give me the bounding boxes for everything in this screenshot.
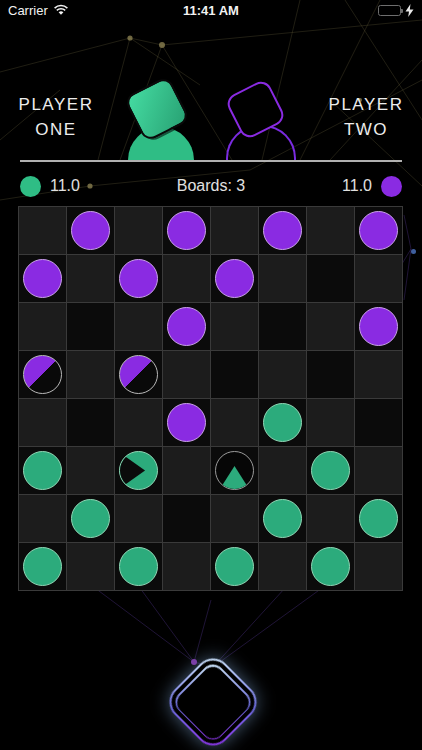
board-square[interactable] [67,495,114,542]
board-square[interactable] [163,543,210,590]
board-square[interactable] [307,303,354,350]
piece-g[interactable] [263,499,302,538]
board-square[interactable] [19,303,66,350]
board-square[interactable] [115,303,162,350]
board-square[interactable] [355,495,402,542]
board-square[interactable] [259,495,306,542]
board-square[interactable] [211,543,258,590]
board-square[interactable] [259,207,306,254]
board-square[interactable] [307,399,354,446]
piece-g[interactable] [23,451,62,490]
board-square[interactable] [211,303,258,350]
header-divider [20,160,402,162]
piece-g[interactable] [359,499,398,538]
board-square[interactable] [67,255,114,302]
board-square[interactable] [355,543,402,590]
board-square[interactable] [115,399,162,446]
player-two-avatar[interactable] [212,82,308,160]
board-square[interactable] [259,447,306,494]
player-two-label: PLAYER TWO [310,93,422,142]
board-square[interactable] [259,543,306,590]
board-square[interactable] [67,543,114,590]
piece-gn[interactable] [119,451,158,490]
constellation-node-dot [191,659,197,665]
players-header: PLAYER ONE PLAYER TWO [0,82,422,160]
board-square[interactable] [115,447,162,494]
status-bar: 11:41 AM Carrier [0,0,422,20]
board-square[interactable] [307,543,354,590]
piece-p[interactable] [215,259,254,298]
board-square[interactable] [19,255,66,302]
board-square[interactable] [307,495,354,542]
piece-g[interactable] [311,547,350,586]
piece-p[interactable] [71,211,110,250]
bottom-diamond-button[interactable] [177,666,249,738]
piece-gt[interactable] [215,451,254,490]
board-square[interactable] [19,447,66,494]
board-square[interactable] [19,543,66,590]
board-square[interactable] [211,255,258,302]
board-square[interactable] [259,399,306,446]
board-square[interactable] [355,399,402,446]
board-square[interactable] [19,207,66,254]
piece-p[interactable] [119,259,158,298]
board-square[interactable] [115,351,162,398]
score-bar: Boards: 3 11.0 11.0 [20,172,402,200]
piece-p[interactable] [359,307,398,346]
boards-count: Boards: 3 [20,177,402,195]
board-square[interactable] [163,351,210,398]
board-square[interactable] [163,399,210,446]
piece-g[interactable] [311,451,350,490]
board-square[interactable] [115,495,162,542]
board [18,206,403,591]
board-square[interactable] [307,255,354,302]
clock: 11:41 AM [0,3,422,18]
piece-p[interactable] [167,403,206,442]
board-square[interactable] [211,351,258,398]
board-square[interactable] [355,303,402,350]
board-square[interactable] [355,351,402,398]
board-square[interactable] [67,303,114,350]
player-one-label: PLAYER ONE [0,93,112,142]
piece-p[interactable] [359,211,398,250]
board-square[interactable] [211,495,258,542]
board-square[interactable] [163,447,210,494]
piece-ph[interactable] [23,355,62,394]
piece-p[interactable] [263,211,302,250]
piece-p[interactable] [167,307,206,346]
board-square[interactable] [163,207,210,254]
piece-p[interactable] [167,211,206,250]
board-square[interactable] [307,207,354,254]
board-square[interactable] [211,447,258,494]
board-square[interactable] [355,255,402,302]
board-square[interactable] [19,495,66,542]
board-square[interactable] [115,543,162,590]
battery-icon [378,5,401,16]
board-square[interactable] [67,351,114,398]
board-square[interactable] [115,207,162,254]
board-square[interactable] [355,207,402,254]
board-square[interactable] [19,399,66,446]
board-square[interactable] [355,447,402,494]
board-square[interactable] [259,303,306,350]
board-square[interactable] [67,399,114,446]
board-square[interactable] [307,351,354,398]
app-screen: 11:41 AM Carrier PLAYER ONE [0,0,422,750]
board-square[interactable] [307,447,354,494]
piece-g[interactable] [119,547,158,586]
board-square[interactable] [259,255,306,302]
board-square[interactable] [163,495,210,542]
board-square[interactable] [211,399,258,446]
board-square[interactable] [259,351,306,398]
constellation-edge-dot [411,249,416,254]
board-square[interactable] [115,255,162,302]
board-square[interactable] [211,207,258,254]
board-square[interactable] [163,303,210,350]
piece-g[interactable] [215,547,254,586]
piece-g[interactable] [263,403,302,442]
board-square[interactable] [163,255,210,302]
board-square[interactable] [19,351,66,398]
board-square[interactable] [67,447,114,494]
board-square[interactable] [67,207,114,254]
piece-p[interactable] [23,259,62,298]
piece-g[interactable] [23,547,62,586]
piece-ph[interactable] [119,355,158,394]
player-one-avatar[interactable] [114,82,210,160]
piece-g[interactable] [71,499,110,538]
